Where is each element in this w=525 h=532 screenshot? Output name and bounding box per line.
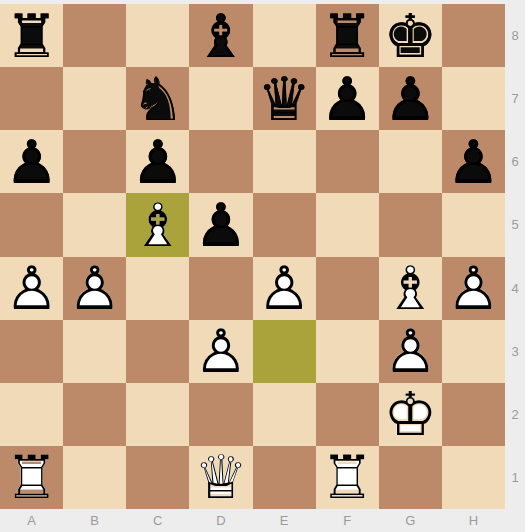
square-g6[interactable] [379,130,442,193]
file-label-e: E [253,508,316,532]
file-label-f: F [316,508,379,532]
black-pawn-glyph: ♟ [189,193,252,256]
file-labels: ABCDEFGH [0,508,505,532]
square-h5[interactable] [442,193,505,256]
square-g3[interactable]: ♟♙ [379,320,442,383]
piece-white-bishop[interactable]: ♝♗ [126,193,189,256]
white-bishop-glyph: ♝ [379,257,442,320]
piece-white-pawn[interactable]: ♟♙ [189,320,252,383]
black-queen-outline: ♕ [253,67,316,130]
white-pawn-outline: ♙ [63,257,126,320]
white-pawn-outline: ♙ [253,257,316,320]
square-f6[interactable] [316,130,379,193]
black-rook-glyph: ♜ [0,4,63,67]
white-king-outline: ♔ [379,383,442,446]
white-rook-glyph: ♜ [316,446,379,509]
square-d7[interactable] [189,67,252,130]
square-b5[interactable] [63,193,126,256]
black-pawn-glyph: ♟ [442,130,505,193]
square-f7[interactable]: ♟♙ [316,67,379,130]
square-f8[interactable]: ♜♖ [316,4,379,67]
square-g4[interactable]: ♝♗ [379,257,442,320]
white-bishop-outline: ♗ [126,193,189,256]
square-b2[interactable] [63,383,126,446]
square-a8[interactable]: ♜♖ [0,4,63,67]
square-g1[interactable] [379,446,442,509]
piece-black-pawn[interactable]: ♟♙ [189,193,252,256]
piece-white-queen[interactable]: ♛♕ [189,446,252,509]
piece-black-king[interactable]: ♚♔ [379,4,442,67]
piece-white-bishop[interactable]: ♝♗ [379,257,442,320]
square-e3[interactable] [253,320,316,383]
rank-label-6: 6 [505,130,525,193]
black-pawn-outline: ♙ [126,130,189,193]
black-bishop-outline: ♗ [189,4,252,67]
square-e7[interactable]: ♛♕ [253,67,316,130]
black-pawn-glyph: ♟ [316,67,379,130]
file-label-h: H [442,508,505,532]
piece-black-queen[interactable]: ♛♕ [253,67,316,130]
white-pawn-glyph: ♟ [442,257,505,320]
square-h6[interactable]: ♟♙ [442,130,505,193]
square-e5[interactable] [253,193,316,256]
rank-label-2: 2 [505,383,525,446]
square-d1[interactable]: ♛♕ [189,446,252,509]
piece-white-pawn[interactable]: ♟♙ [379,320,442,383]
black-pawn-glyph: ♟ [0,130,63,193]
square-c2[interactable] [126,383,189,446]
white-pawn-outline: ♙ [0,257,63,320]
square-c1[interactable] [126,446,189,509]
square-f3[interactable] [316,320,379,383]
square-a2[interactable] [0,383,63,446]
white-rook-outline: ♖ [316,446,379,509]
black-king-outline: ♔ [379,4,442,67]
white-bishop-outline: ♗ [379,257,442,320]
black-pawn-glyph: ♟ [126,130,189,193]
square-g8[interactable]: ♚♔ [379,4,442,67]
square-e4[interactable]: ♟♙ [253,257,316,320]
square-c5[interactable]: ♝♗ [126,193,189,256]
rank-label-4: 4 [505,257,525,320]
square-e2[interactable] [253,383,316,446]
black-rook-outline: ♖ [0,4,63,67]
black-rook-outline: ♖ [316,4,379,67]
square-a7[interactable] [0,67,63,130]
square-a4[interactable]: ♟♙ [0,257,63,320]
white-pawn-glyph: ♟ [189,320,252,383]
square-h4[interactable]: ♟♙ [442,257,505,320]
square-b8[interactable] [63,4,126,67]
file-label-b: B [63,508,126,532]
black-pawn-outline: ♙ [189,193,252,256]
white-queen-outline: ♕ [189,446,252,509]
white-pawn-outline: ♙ [189,320,252,383]
white-rook-glyph: ♜ [0,446,63,509]
square-c8[interactable] [126,4,189,67]
square-c3[interactable] [126,320,189,383]
square-e1[interactable] [253,446,316,509]
square-e6[interactable] [253,130,316,193]
black-pawn-outline: ♙ [379,67,442,130]
rank-label-8: 8 [505,4,525,67]
square-d8[interactable]: ♝♗ [189,4,252,67]
piece-white-pawn[interactable]: ♟♙ [0,257,63,320]
square-a3[interactable] [0,320,63,383]
black-knight-outline: ♘ [126,67,189,130]
white-pawn-outline: ♙ [442,257,505,320]
square-f2[interactable] [316,383,379,446]
square-f4[interactable] [316,257,379,320]
black-pawn-outline: ♙ [316,67,379,130]
square-d5[interactable]: ♟♙ [189,193,252,256]
rank-label-7: 7 [505,67,525,130]
chess-board: ♜♖♝♗♜♖♚♔♞♘♛♕♟♙♟♙♟♙♟♙♟♙♝♗♟♙♟♙♟♙♟♙♝♗♟♙♟♙♟♙… [0,4,505,509]
black-pawn-outline: ♙ [0,130,63,193]
square-b1[interactable] [63,446,126,509]
piece-black-pawn[interactable]: ♟♙ [379,67,442,130]
piece-white-pawn[interactable]: ♟♙ [253,257,316,320]
piece-black-knight[interactable]: ♞♘ [126,67,189,130]
square-d6[interactable] [189,130,252,193]
square-g5[interactable] [379,193,442,256]
piece-black-rook[interactable]: ♜♖ [316,4,379,67]
square-f1[interactable]: ♜♖ [316,446,379,509]
square-f5[interactable] [316,193,379,256]
white-king-glyph: ♚ [379,383,442,446]
square-h3[interactable] [442,320,505,383]
piece-white-rook[interactable]: ♜♖ [0,446,63,509]
square-e8[interactable] [253,4,316,67]
black-pawn-glyph: ♟ [379,67,442,130]
piece-black-pawn[interactable]: ♟♙ [442,130,505,193]
white-pawn-glyph: ♟ [63,257,126,320]
square-h8[interactable] [442,4,505,67]
square-a1[interactable]: ♜♖ [0,446,63,509]
white-pawn-glyph: ♟ [253,257,316,320]
rank-labels: 87654321 [505,4,525,509]
file-label-d: D [189,508,252,532]
black-bishop-glyph: ♝ [189,4,252,67]
chess-app: ♜♖♝♗♜♖♚♔♞♘♛♕♟♙♟♙♟♙♟♙♟♙♝♗♟♙♟♙♟♙♟♙♝♗♟♙♟♙♟♙… [0,0,525,532]
piece-black-pawn[interactable]: ♟♙ [0,130,63,193]
white-pawn-glyph: ♟ [379,320,442,383]
piece-black-pawn[interactable]: ♟♙ [316,67,379,130]
black-king-glyph: ♚ [379,4,442,67]
square-c6[interactable]: ♟♙ [126,130,189,193]
square-c7[interactable]: ♞♘ [126,67,189,130]
black-pawn-outline: ♙ [442,130,505,193]
square-d2[interactable] [189,383,252,446]
file-label-c: C [126,508,189,532]
square-g7[interactable]: ♟♙ [379,67,442,130]
white-rook-outline: ♖ [0,446,63,509]
black-queen-glyph: ♛ [253,67,316,130]
square-h1[interactable] [442,446,505,509]
file-label-a: A [0,508,63,532]
white-queen-glyph: ♛ [189,446,252,509]
square-b3[interactable] [63,320,126,383]
rank-label-3: 3 [505,320,525,383]
piece-white-rook[interactable]: ♜♖ [316,446,379,509]
file-label-g: G [379,508,442,532]
square-b4[interactable]: ♟♙ [63,257,126,320]
square-h2[interactable] [442,383,505,446]
square-g2[interactable]: ♚♔ [379,383,442,446]
rank-label-1: 1 [505,446,525,509]
square-b7[interactable] [63,67,126,130]
black-rook-glyph: ♜ [316,4,379,67]
square-h7[interactable] [442,67,505,130]
piece-black-pawn[interactable]: ♟♙ [126,130,189,193]
square-b6[interactable] [63,130,126,193]
white-pawn-glyph: ♟ [0,257,63,320]
square-a6[interactable]: ♟♙ [0,130,63,193]
square-a5[interactable] [0,193,63,256]
white-bishop-glyph: ♝ [126,193,189,256]
square-d3[interactable]: ♟♙ [189,320,252,383]
square-d4[interactable] [189,257,252,320]
piece-black-bishop[interactable]: ♝♗ [189,4,252,67]
square-c4[interactable] [126,257,189,320]
piece-black-rook[interactable]: ♜♖ [0,4,63,67]
white-pawn-outline: ♙ [379,320,442,383]
piece-white-pawn[interactable]: ♟♙ [63,257,126,320]
rank-label-5: 5 [505,193,525,256]
piece-white-pawn[interactable]: ♟♙ [442,257,505,320]
black-knight-glyph: ♞ [126,67,189,130]
piece-white-king[interactable]: ♚♔ [379,383,442,446]
